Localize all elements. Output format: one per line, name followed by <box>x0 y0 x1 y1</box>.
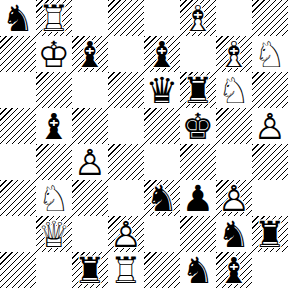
piece-black-bishop: ♝♝ <box>72 36 108 72</box>
piece-black-rook: ♜♜ <box>72 252 108 288</box>
piece-glyph: ♖ <box>36 0 72 36</box>
piece-black-bishop: ♝♝ <box>216 252 252 288</box>
piece-glyph: ♘ <box>216 72 252 108</box>
piece-glyph: ♗ <box>180 0 216 36</box>
piece-white-pawn: ♟♙ <box>108 216 144 252</box>
piece-glyph: ♟ <box>180 180 216 216</box>
piece-glyph: ♚ <box>180 108 216 144</box>
square-f3[interactable]: ♟♟ <box>180 180 216 216</box>
square-h6[interactable] <box>252 72 288 108</box>
square-b4[interactable] <box>36 144 72 180</box>
piece-black-bishop: ♝♝ <box>144 36 180 72</box>
piece-glyph: ♝ <box>144 36 180 72</box>
square-a3[interactable] <box>0 180 36 216</box>
piece-halo: ♝ <box>216 252 252 288</box>
piece-halo: ♜ <box>252 216 288 252</box>
piece-halo: ♟ <box>180 180 216 216</box>
piece-glyph: ♜ <box>252 216 288 252</box>
square-b7[interactable]: ♚♔ <box>36 36 72 72</box>
square-h4[interactable] <box>252 144 288 180</box>
square-f1[interactable]: ♞♞ <box>180 252 216 288</box>
piece-halo: ♟ <box>216 180 252 216</box>
square-e3[interactable]: ♞♞ <box>144 180 180 216</box>
chess-board: ♞♞♜♖♝♗♚♔♝♝♝♝♝♗♞♘♛♛♜♜♞♘♝♝♚♚♟♙♟♙♞♘♞♞♟♟♟♙♛♕… <box>0 0 288 288</box>
square-e4[interactable] <box>144 144 180 180</box>
square-g8[interactable] <box>216 0 252 36</box>
square-e8[interactable] <box>144 0 180 36</box>
square-d7[interactable] <box>108 36 144 72</box>
piece-halo: ♟ <box>108 216 144 252</box>
piece-glyph: ♘ <box>36 180 72 216</box>
piece-glyph: ♛ <box>144 72 180 108</box>
piece-glyph: ♜ <box>180 72 216 108</box>
piece-white-bishop: ♝♗ <box>216 36 252 72</box>
piece-glyph: ♙ <box>216 180 252 216</box>
square-g2[interactable]: ♞♞ <box>216 216 252 252</box>
piece-white-king: ♚♔ <box>36 36 72 72</box>
piece-black-rook: ♜♜ <box>180 72 216 108</box>
square-g7[interactable]: ♝♗ <box>216 36 252 72</box>
square-a2[interactable] <box>0 216 36 252</box>
piece-halo: ♞ <box>216 216 252 252</box>
square-a4[interactable] <box>0 144 36 180</box>
piece-glyph: ♙ <box>252 108 288 144</box>
piece-white-rook: ♜♖ <box>36 0 72 36</box>
square-c3[interactable] <box>72 180 108 216</box>
square-c4[interactable]: ♟♙ <box>72 144 108 180</box>
piece-black-knight: ♞♞ <box>216 216 252 252</box>
piece-glyph: ♗ <box>216 36 252 72</box>
piece-halo: ♛ <box>36 216 72 252</box>
square-d8[interactable] <box>108 0 144 36</box>
piece-white-rook: ♜♖ <box>108 252 144 288</box>
square-e6[interactable]: ♛♛ <box>144 72 180 108</box>
piece-halo: ♝ <box>36 108 72 144</box>
square-f8[interactable]: ♝♗ <box>180 0 216 36</box>
square-c2[interactable] <box>72 216 108 252</box>
piece-glyph: ♔ <box>36 36 72 72</box>
piece-white-pawn: ♟♙ <box>216 180 252 216</box>
piece-black-knight: ♞♞ <box>144 180 180 216</box>
square-a7[interactable] <box>0 36 36 72</box>
square-b8[interactable]: ♜♖ <box>36 0 72 36</box>
square-e2[interactable] <box>144 216 180 252</box>
square-b1[interactable] <box>36 252 72 288</box>
piece-halo: ♟ <box>72 144 108 180</box>
piece-halo: ♝ <box>72 36 108 72</box>
piece-black-queen: ♛♛ <box>144 72 180 108</box>
piece-halo: ♜ <box>36 0 72 36</box>
square-c6[interactable] <box>72 72 108 108</box>
piece-halo: ♜ <box>72 252 108 288</box>
piece-white-knight: ♞♘ <box>36 180 72 216</box>
square-d3[interactable] <box>108 180 144 216</box>
piece-halo: ♜ <box>180 72 216 108</box>
piece-black-pawn: ♟♟ <box>180 180 216 216</box>
square-f6[interactable]: ♜♜ <box>180 72 216 108</box>
square-h7[interactable]: ♞♘ <box>252 36 288 72</box>
piece-black-knight: ♞♞ <box>180 252 216 288</box>
piece-glyph: ♖ <box>108 252 144 288</box>
square-a6[interactable] <box>0 72 36 108</box>
square-d4[interactable] <box>108 144 144 180</box>
piece-halo: ♚ <box>180 108 216 144</box>
piece-black-bishop: ♝♝ <box>36 108 72 144</box>
square-d5[interactable] <box>108 108 144 144</box>
square-f7[interactable] <box>180 36 216 72</box>
square-d1[interactable]: ♜♖ <box>108 252 144 288</box>
piece-white-knight: ♞♘ <box>216 72 252 108</box>
piece-black-rook: ♜♜ <box>252 216 288 252</box>
piece-halo: ♟ <box>252 108 288 144</box>
square-b2[interactable]: ♛♕ <box>36 216 72 252</box>
square-g4[interactable] <box>216 144 252 180</box>
square-b5[interactable]: ♝♝ <box>36 108 72 144</box>
piece-white-pawn: ♟♙ <box>72 144 108 180</box>
square-g5[interactable] <box>216 108 252 144</box>
piece-halo: ♚ <box>36 36 72 72</box>
square-g6[interactable]: ♞♘ <box>216 72 252 108</box>
piece-glyph: ♕ <box>36 216 72 252</box>
square-g1[interactable]: ♝♝ <box>216 252 252 288</box>
piece-halo: ♞ <box>252 36 288 72</box>
square-d6[interactable] <box>108 72 144 108</box>
piece-halo: ♞ <box>180 252 216 288</box>
square-h3[interactable] <box>252 180 288 216</box>
square-c5[interactable] <box>72 108 108 144</box>
piece-black-king: ♚♚ <box>180 108 216 144</box>
square-e7[interactable]: ♝♝ <box>144 36 180 72</box>
square-f5[interactable]: ♚♚ <box>180 108 216 144</box>
piece-black-knight: ♞♞ <box>0 0 36 36</box>
square-c7[interactable]: ♝♝ <box>72 36 108 72</box>
piece-glyph: ♝ <box>216 252 252 288</box>
square-b6[interactable] <box>36 72 72 108</box>
piece-glyph: ♘ <box>252 36 288 72</box>
square-f4[interactable] <box>180 144 216 180</box>
square-a8[interactable]: ♞♞ <box>0 0 36 36</box>
piece-halo: ♝ <box>216 36 252 72</box>
piece-halo: ♞ <box>36 180 72 216</box>
square-a1[interactable] <box>0 252 36 288</box>
piece-halo: ♜ <box>108 252 144 288</box>
square-g3[interactable]: ♟♙ <box>216 180 252 216</box>
square-h2[interactable]: ♜♜ <box>252 216 288 252</box>
piece-halo: ♛ <box>144 72 180 108</box>
piece-halo: ♝ <box>144 36 180 72</box>
piece-glyph: ♝ <box>36 108 72 144</box>
piece-halo: ♞ <box>216 72 252 108</box>
piece-glyph: ♝ <box>72 36 108 72</box>
piece-white-bishop: ♝♗ <box>180 0 216 36</box>
square-h5[interactable]: ♟♙ <box>252 108 288 144</box>
piece-white-queen: ♛♕ <box>36 216 72 252</box>
piece-halo: ♞ <box>0 0 36 36</box>
piece-glyph: ♙ <box>108 216 144 252</box>
piece-glyph: ♞ <box>0 0 36 36</box>
square-f2[interactable] <box>180 216 216 252</box>
piece-glyph: ♙ <box>72 144 108 180</box>
piece-glyph: ♞ <box>180 252 216 288</box>
piece-glyph: ♞ <box>144 180 180 216</box>
square-c8[interactable] <box>72 0 108 36</box>
piece-halo: ♝ <box>180 0 216 36</box>
square-h8[interactable] <box>252 0 288 36</box>
square-b3[interactable]: ♞♘ <box>36 180 72 216</box>
piece-glyph: ♞ <box>216 216 252 252</box>
square-e1[interactable] <box>144 252 180 288</box>
piece-white-pawn: ♟♙ <box>252 108 288 144</box>
square-d2[interactable]: ♟♙ <box>108 216 144 252</box>
square-e5[interactable] <box>144 108 180 144</box>
piece-halo: ♞ <box>144 180 180 216</box>
piece-white-knight: ♞♘ <box>252 36 288 72</box>
square-c1[interactable]: ♜♜ <box>72 252 108 288</box>
piece-glyph: ♜ <box>72 252 108 288</box>
square-a5[interactable] <box>0 108 36 144</box>
square-h1[interactable] <box>252 252 288 288</box>
